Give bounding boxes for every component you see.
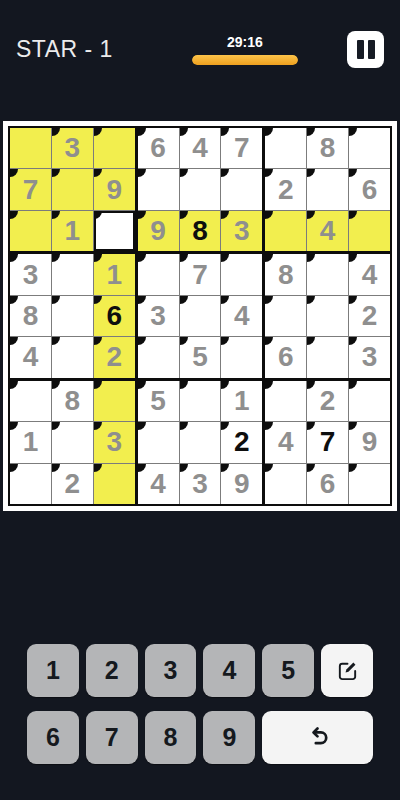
timer-progress-fill bbox=[192, 55, 298, 65]
cell-r9c9[interactable] bbox=[349, 464, 390, 504]
cell-r9c2[interactable]: 2 bbox=[52, 464, 93, 504]
cell-r4c2[interactable] bbox=[52, 254, 93, 294]
cell-r7c2[interactable]: 8 bbox=[52, 381, 93, 421]
cell-r2c8[interactable] bbox=[307, 169, 348, 209]
cell-r3c5[interactable]: 8 bbox=[180, 211, 221, 251]
cell-r5c2[interactable] bbox=[52, 296, 93, 336]
cell-r3c1[interactable] bbox=[10, 211, 51, 251]
cell-r2c4[interactable] bbox=[138, 169, 179, 209]
cell-r4c6[interactable] bbox=[221, 254, 262, 294]
cell-r6c1[interactable]: 4 bbox=[10, 337, 51, 377]
cell-r1c4[interactable]: 6 bbox=[138, 128, 179, 168]
cell-r8c4[interactable] bbox=[138, 422, 179, 462]
cell-r4c5[interactable]: 7 bbox=[180, 254, 221, 294]
cell-r1c6[interactable]: 7 bbox=[221, 128, 262, 168]
cell-r5c3[interactable]: 6 bbox=[94, 296, 135, 336]
cell-r5c9[interactable]: 2 bbox=[349, 296, 390, 336]
cell-r9c5[interactable]: 3 bbox=[180, 464, 221, 504]
cell-r2c9[interactable]: 6 bbox=[349, 169, 390, 209]
top-bar: STAR - 1 29:16 bbox=[0, 0, 400, 68]
box-7: 8132 bbox=[10, 381, 135, 504]
box-1: 3791 bbox=[10, 128, 135, 251]
cell-r4c7[interactable]: 8 bbox=[265, 254, 306, 294]
cell-r1c9[interactable] bbox=[349, 128, 390, 168]
pause-icon bbox=[357, 40, 375, 59]
cell-r8c6[interactable]: 2 bbox=[221, 422, 262, 462]
cell-r9c7[interactable] bbox=[265, 464, 306, 504]
cell-r2c3[interactable]: 9 bbox=[94, 169, 135, 209]
cell-r7c9[interactable] bbox=[349, 381, 390, 421]
digit-button-1[interactable]: 1 bbox=[27, 644, 79, 697]
cell-r6c6[interactable] bbox=[221, 337, 262, 377]
sudoku-board-frame: 3791647983826431864273458426381325124392… bbox=[3, 121, 397, 511]
timer-group: 29:16 bbox=[192, 34, 298, 65]
cell-r9c1[interactable] bbox=[10, 464, 51, 504]
cell-r4c3[interactable]: 1 bbox=[94, 254, 135, 294]
cell-r2c1[interactable]: 7 bbox=[10, 169, 51, 209]
cell-r5c1[interactable]: 8 bbox=[10, 296, 51, 336]
cell-r8c9[interactable]: 9 bbox=[349, 422, 390, 462]
cell-r3c4[interactable]: 9 bbox=[138, 211, 179, 251]
cell-r3c9[interactable] bbox=[349, 211, 390, 251]
cell-r9c8[interactable]: 6 bbox=[307, 464, 348, 504]
cell-r6c3[interactable]: 2 bbox=[94, 337, 135, 377]
digit-button-9[interactable]: 9 bbox=[203, 711, 255, 764]
cell-r3c2[interactable]: 1 bbox=[52, 211, 93, 251]
cell-r5c6[interactable]: 4 bbox=[221, 296, 262, 336]
cell-r7c7[interactable] bbox=[265, 381, 306, 421]
cell-r6c4[interactable] bbox=[138, 337, 179, 377]
cell-r5c7[interactable] bbox=[265, 296, 306, 336]
box-4: 318642 bbox=[10, 254, 135, 377]
cell-r5c5[interactable] bbox=[180, 296, 221, 336]
cell-r9c6[interactable]: 9 bbox=[221, 464, 262, 504]
cell-r3c6[interactable]: 3 bbox=[221, 211, 262, 251]
box-2: 647983 bbox=[138, 128, 263, 251]
cell-r2c2[interactable] bbox=[52, 169, 93, 209]
digit-button-4[interactable]: 4 bbox=[203, 644, 255, 697]
cell-r8c8[interactable]: 7 bbox=[307, 422, 348, 462]
cell-r6c8[interactable] bbox=[307, 337, 348, 377]
cell-r2c5[interactable] bbox=[180, 169, 221, 209]
cell-r1c5[interactable]: 4 bbox=[180, 128, 221, 168]
cell-r9c3[interactable] bbox=[94, 464, 135, 504]
cell-r4c9[interactable]: 4 bbox=[349, 254, 390, 294]
number-pad: 1 2 3 4 5 6 7 8 9 bbox=[27, 644, 373, 764]
cell-r4c4[interactable] bbox=[138, 254, 179, 294]
cell-r3c8[interactable]: 4 bbox=[307, 211, 348, 251]
cell-r5c4[interactable]: 3 bbox=[138, 296, 179, 336]
sudoku-grid: 3791647983826431864273458426381325124392… bbox=[8, 126, 392, 506]
digit-button-5[interactable]: 5 bbox=[262, 644, 314, 697]
cell-r7c3[interactable] bbox=[94, 381, 135, 421]
cell-r3c3[interactable] bbox=[94, 211, 135, 251]
cell-r7c1[interactable] bbox=[10, 381, 51, 421]
cell-r7c5[interactable] bbox=[180, 381, 221, 421]
edit-note-icon bbox=[336, 659, 359, 682]
box-9: 24796 bbox=[265, 381, 390, 504]
digit-button-2[interactable]: 2 bbox=[86, 644, 138, 697]
box-5: 7345 bbox=[138, 254, 263, 377]
cell-r1c1[interactable] bbox=[10, 128, 51, 168]
cell-r8c5[interactable] bbox=[180, 422, 221, 462]
cell-r8c1[interactable]: 1 bbox=[10, 422, 51, 462]
cell-r4c8[interactable] bbox=[307, 254, 348, 294]
cell-r9c4[interactable]: 4 bbox=[138, 464, 179, 504]
cell-r5c8[interactable] bbox=[307, 296, 348, 336]
box-3: 8264 bbox=[265, 128, 390, 251]
digit-button-6[interactable]: 6 bbox=[27, 711, 79, 764]
undo-button[interactable] bbox=[262, 711, 373, 764]
pause-button[interactable] bbox=[347, 31, 384, 68]
cell-r8c3[interactable]: 3 bbox=[94, 422, 135, 462]
digit-button-7[interactable]: 7 bbox=[86, 711, 138, 764]
cell-r1c7[interactable] bbox=[265, 128, 306, 168]
cell-r1c2[interactable]: 3 bbox=[52, 128, 93, 168]
undo-arrow-icon bbox=[304, 724, 331, 751]
box-8: 512439 bbox=[138, 381, 263, 504]
box-6: 84263 bbox=[265, 254, 390, 377]
digit-button-8[interactable]: 8 bbox=[145, 711, 197, 764]
timer-progress-bar bbox=[192, 55, 298, 65]
cell-r6c5[interactable]: 5 bbox=[180, 337, 221, 377]
level-title: STAR - 1 bbox=[16, 36, 113, 63]
cell-r8c2[interactable] bbox=[52, 422, 93, 462]
cell-r6c7[interactable]: 6 bbox=[265, 337, 306, 377]
notes-button[interactable] bbox=[321, 644, 373, 697]
cell-r3c7[interactable] bbox=[265, 211, 306, 251]
cell-r8c7[interactable]: 4 bbox=[265, 422, 306, 462]
cell-r4c1[interactable]: 3 bbox=[10, 254, 51, 294]
cell-r2c6[interactable] bbox=[221, 169, 262, 209]
cell-r1c8[interactable]: 8 bbox=[307, 128, 348, 168]
cell-r7c4[interactable]: 5 bbox=[138, 381, 179, 421]
cell-r6c2[interactable] bbox=[52, 337, 93, 377]
cell-r7c8[interactable]: 2 bbox=[307, 381, 348, 421]
timer-text: 29:16 bbox=[227, 34, 263, 50]
digit-button-3[interactable]: 3 bbox=[145, 644, 197, 697]
cell-r7c6[interactable]: 1 bbox=[221, 381, 262, 421]
cell-r6c9[interactable]: 3 bbox=[349, 337, 390, 377]
cell-r2c7[interactable]: 2 bbox=[265, 169, 306, 209]
sudoku-app-screen: STAR - 1 29:16 3791647983826431864273458… bbox=[0, 0, 400, 800]
cell-r1c3[interactable] bbox=[94, 128, 135, 168]
